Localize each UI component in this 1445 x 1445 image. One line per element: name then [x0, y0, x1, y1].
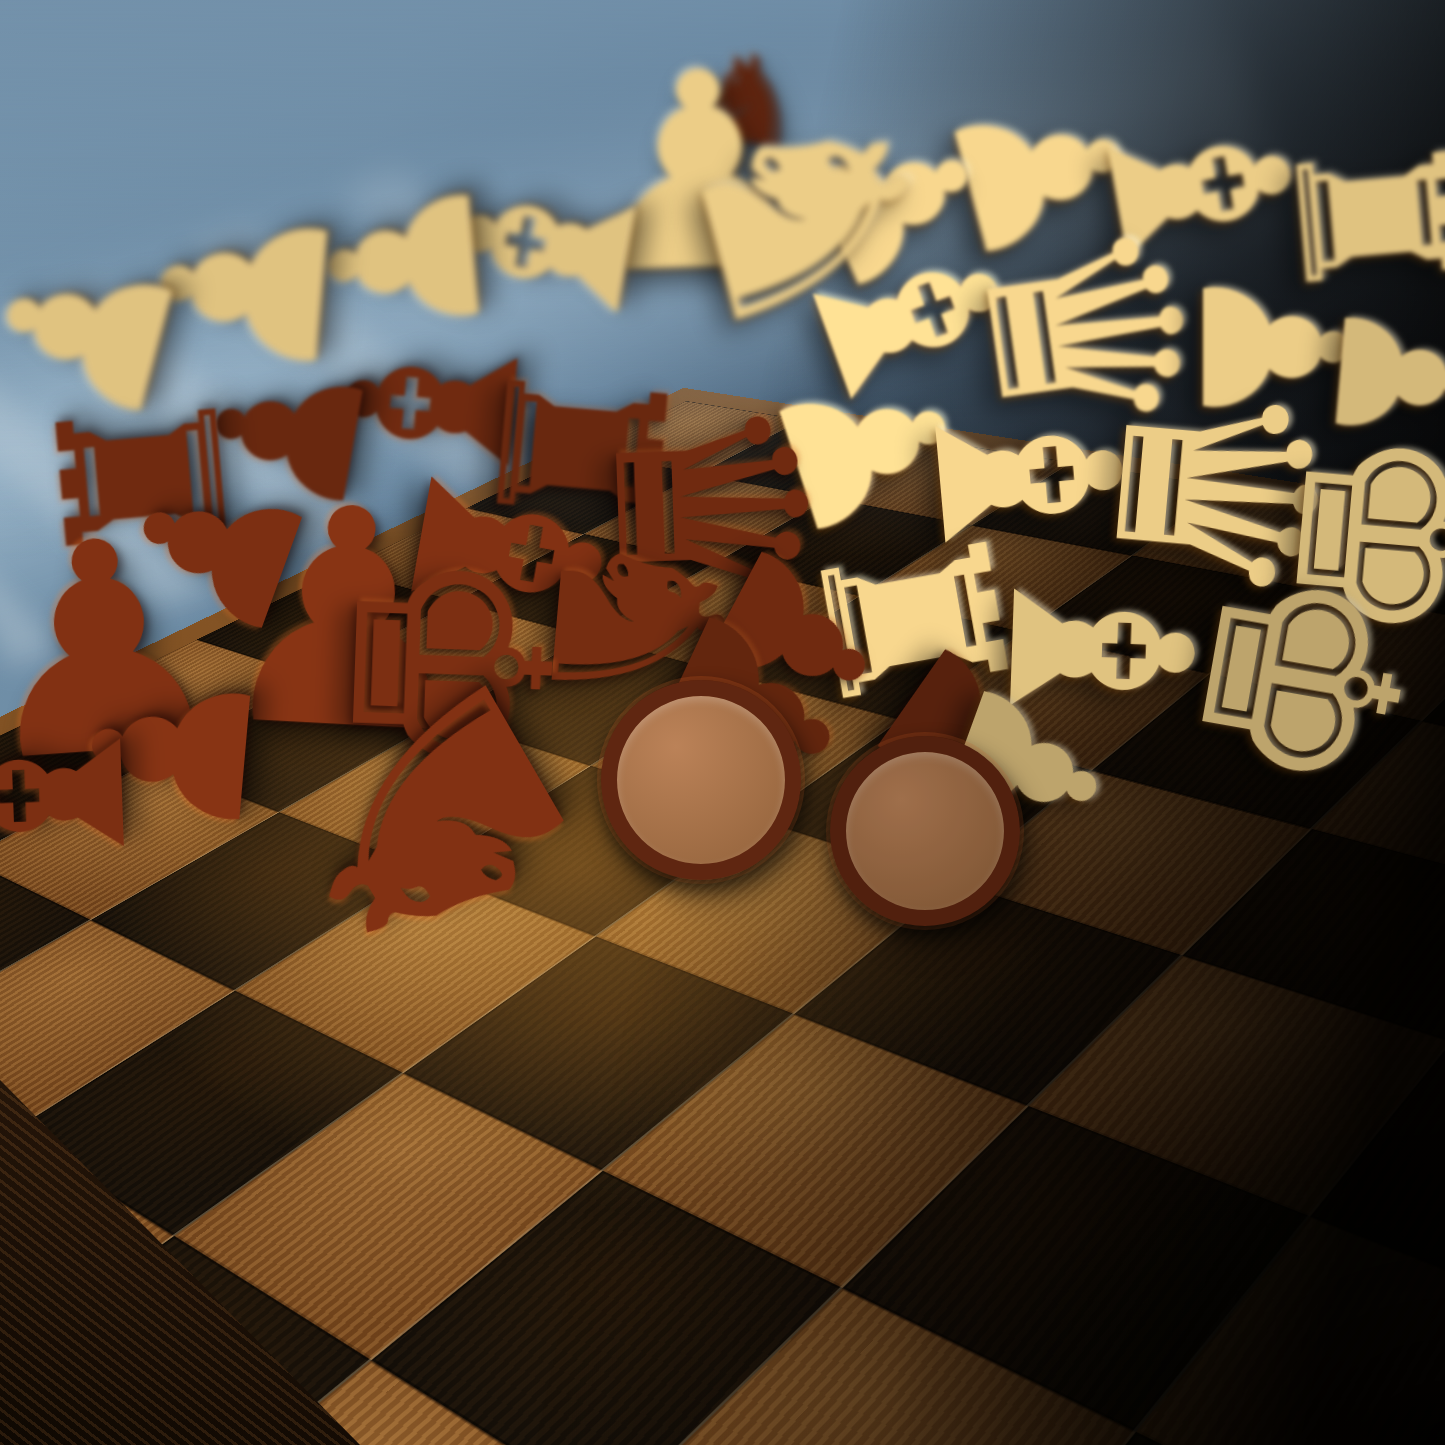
chess-photo-scene: ♞♟♞♟♟♟♝♟♟♝♜♝♛♟♟♟♝♛♚♜♝♚♟♜♟♝♜♛♝♟♞♚♟♝♟♟♟♞♟♟	[0, 0, 1445, 1445]
